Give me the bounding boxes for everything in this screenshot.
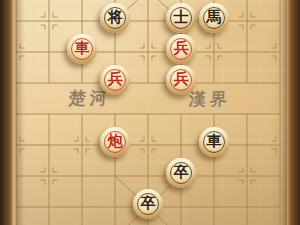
piece-glyph: 卒 bbox=[141, 196, 156, 211]
piece-red-soldier[interactable]: 兵 bbox=[166, 34, 196, 64]
river-label-han-jie: 漢界 bbox=[188, 91, 231, 108]
piece-glyph: 炮 bbox=[108, 134, 123, 149]
piece-black-advisor[interactable]: 士 bbox=[166, 3, 196, 33]
river-label-chu-he: 楚河 bbox=[68, 90, 111, 107]
board-left-rail bbox=[0, 0, 16, 225]
piece-glyph: 兵 bbox=[108, 72, 123, 87]
piece-glyph: 兵 bbox=[174, 72, 189, 87]
piece-black-general[interactable]: 将 bbox=[100, 3, 130, 33]
piece-glyph: 車 bbox=[207, 134, 222, 149]
piece-glyph: 将 bbox=[108, 10, 123, 25]
piece-glyph: 兵 bbox=[174, 41, 189, 56]
piece-red-cannon[interactable]: 炮 bbox=[100, 127, 130, 157]
piece-glyph: 士 bbox=[174, 10, 189, 25]
piece-red-soldier[interactable]: 兵 bbox=[166, 65, 196, 95]
piece-black-horse[interactable]: 馬 bbox=[199, 3, 229, 33]
piece-red-soldier[interactable]: 兵 bbox=[100, 65, 130, 95]
piece-red-chariot[interactable]: 車 bbox=[67, 34, 97, 64]
piece-black-soldier[interactable]: 卒 bbox=[133, 189, 163, 219]
piece-glyph: 車 bbox=[75, 41, 90, 56]
xiangqi-board[interactable]: 楚河 漢界 将士馬車兵兵兵炮車卒卒 bbox=[0, 0, 300, 225]
board-right-rail bbox=[287, 0, 300, 225]
piece-glyph: 卒 bbox=[174, 165, 189, 180]
piece-black-soldier[interactable]: 卒 bbox=[166, 158, 196, 188]
piece-black-chariot[interactable]: 車 bbox=[199, 127, 229, 157]
piece-glyph: 馬 bbox=[207, 10, 222, 25]
